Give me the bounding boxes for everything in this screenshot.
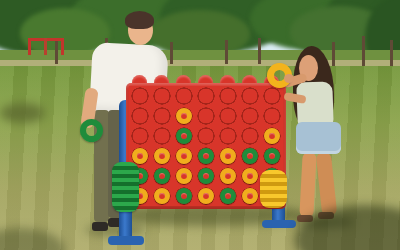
disc-green: [198, 148, 214, 164]
cell-r3c1: [129, 126, 151, 146]
cell-r1c5: [217, 86, 239, 106]
cell-r4c7: [261, 146, 283, 166]
cell-r2c7: [261, 106, 283, 126]
cell-r6c5: [217, 186, 239, 206]
park-photo: [0, 0, 400, 250]
disc-yellow: [242, 188, 258, 204]
cell-r5c3: [173, 166, 195, 186]
cell-r2c2: [151, 106, 173, 126]
cell-r2c3: [173, 106, 195, 126]
disc-yellow: [264, 128, 280, 144]
disc-yellow: [154, 148, 170, 164]
disc-green: [198, 168, 214, 184]
tree-trunk: [170, 42, 173, 64]
cell-r2c6: [239, 106, 261, 126]
tree-trunk: [332, 42, 335, 66]
disc-green: [264, 148, 280, 164]
green-disc-sleeve: [112, 162, 139, 212]
left-pole-foot: [108, 236, 144, 245]
disc-green: [220, 188, 236, 204]
cell-r4c5: [217, 146, 239, 166]
cell-r1c2: [151, 86, 173, 106]
cell-r2c5: [217, 106, 239, 126]
cell-r3c5: [217, 126, 239, 146]
cell-r2c1: [129, 106, 151, 126]
disc-yellow: [176, 168, 192, 184]
disc-green: [154, 168, 170, 184]
cell-r4c3: [173, 146, 195, 166]
left-player-shoe: [92, 222, 108, 231]
tree-trunk: [225, 40, 228, 64]
cell-r6c2: [151, 186, 173, 206]
tree-trunk: [258, 38, 261, 64]
right-player-top: [296, 81, 334, 126]
disc-yellow: [176, 108, 192, 124]
disc-green: [176, 188, 192, 204]
cell-r3c4: [195, 126, 217, 146]
grass-shade-patch: [0, 103, 45, 123]
cell-r3c7: [261, 126, 283, 146]
cell-r5c6: [239, 166, 261, 186]
playground-post: [28, 38, 31, 55]
cell-r1c4: [195, 86, 217, 106]
playground-post: [61, 38, 64, 55]
cell-r5c5: [217, 166, 239, 186]
cell-r3c3: [173, 126, 195, 146]
cell-r3c2: [151, 126, 173, 146]
disc-yellow: [198, 188, 214, 204]
cell-r4c4: [195, 146, 217, 166]
cell-r6c6: [239, 186, 261, 206]
disc-yellow: [242, 168, 258, 184]
cell-r6c4: [195, 186, 217, 206]
cell-r5c2: [151, 166, 173, 186]
right-player-shorts: [296, 122, 341, 154]
disc-yellow: [220, 148, 236, 164]
cell-r5c4: [195, 166, 217, 186]
cell-r1c6: [239, 86, 261, 106]
cell-r2c4: [195, 106, 217, 126]
yellow-disc-sleeve: [260, 170, 287, 208]
disc-green: [242, 148, 258, 164]
cell-r1c1: [129, 86, 151, 106]
cell-r1c7: [261, 86, 283, 106]
playground-post: [44, 38, 47, 55]
held-green-disc: [80, 119, 103, 142]
cell-r3c6: [239, 126, 261, 146]
cell-r6c3: [173, 186, 195, 206]
disc-yellow: [132, 148, 148, 164]
tree-trunk: [55, 40, 58, 64]
disc-yellow: [154, 188, 170, 204]
disc-green: [176, 128, 192, 144]
disc-yellow: [220, 168, 236, 184]
left-player-hair: [125, 11, 154, 29]
disc-yellow: [176, 148, 192, 164]
right-player-hand: [284, 74, 294, 83]
tree-trunk: [390, 40, 393, 66]
cell-r4c2: [151, 146, 173, 166]
right-pole-foot: [262, 220, 296, 228]
tree-trunk: [362, 36, 365, 66]
cell-r4c6: [239, 146, 261, 166]
cell-r1c3: [173, 86, 195, 106]
